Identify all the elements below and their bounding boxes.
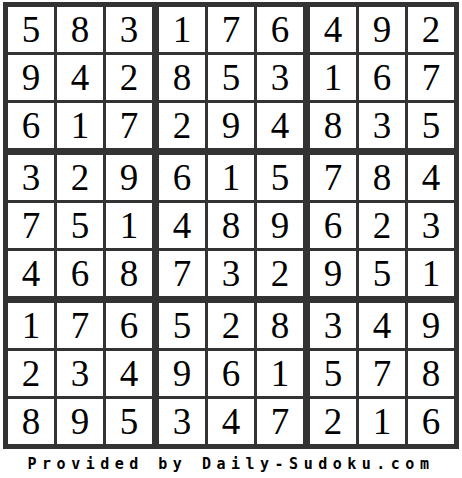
box-2-1: 329751468 <box>8 155 152 296</box>
cell-r8c1: 2 <box>8 351 54 396</box>
cell-r3c1: 6 <box>8 103 54 148</box>
cell-r6c1: 4 <box>8 251 54 296</box>
box-2-3: 784623951 <box>310 155 454 296</box>
cell-r7c3: 6 <box>106 303 152 348</box>
cell-r9c6: 7 <box>257 399 303 444</box>
cell-r8c8: 7 <box>359 351 405 396</box>
cell-r7c9: 9 <box>408 303 454 348</box>
cell-r8c2: 3 <box>57 351 103 396</box>
cell-r1c4: 1 <box>159 7 205 52</box>
cell-r5c7: 6 <box>310 203 356 248</box>
cell-r5c6: 9 <box>257 203 303 248</box>
cell-r1c5: 7 <box>208 7 254 52</box>
cell-r3c7: 8 <box>310 103 356 148</box>
cell-r6c7: 9 <box>310 251 356 296</box>
box-3-3: 349578216 <box>310 303 454 444</box>
cell-r3c3: 7 <box>106 103 152 148</box>
cell-r1c1: 5 <box>8 7 54 52</box>
cell-r5c1: 7 <box>8 203 54 248</box>
cell-r4c5: 1 <box>208 155 254 200</box>
cell-r2c9: 7 <box>408 55 454 100</box>
cell-r8c4: 9 <box>159 351 205 396</box>
box-1-2: 176853294 <box>159 7 303 148</box>
cell-r5c2: 5 <box>57 203 103 248</box>
cell-r2c2: 4 <box>57 55 103 100</box>
cell-r6c9: 1 <box>408 251 454 296</box>
cell-r8c6: 1 <box>257 351 303 396</box>
cell-r4c7: 7 <box>310 155 356 200</box>
box-2-2: 615489732 <box>159 155 303 296</box>
cell-r7c1: 1 <box>8 303 54 348</box>
cell-r4c4: 6 <box>159 155 205 200</box>
cell-r5c9: 3 <box>408 203 454 248</box>
cell-r1c2: 8 <box>57 7 103 52</box>
cell-r4c6: 5 <box>257 155 303 200</box>
cell-r7c8: 4 <box>359 303 405 348</box>
cell-r5c5: 8 <box>208 203 254 248</box>
cell-r9c5: 4 <box>208 399 254 444</box>
box-3-2: 528961347 <box>159 303 303 444</box>
cell-r9c1: 8 <box>8 399 54 444</box>
cell-r4c2: 2 <box>57 155 103 200</box>
cell-r2c3: 2 <box>106 55 152 100</box>
cell-r9c8: 1 <box>359 399 405 444</box>
cell-r4c1: 3 <box>8 155 54 200</box>
cell-r8c5: 6 <box>208 351 254 396</box>
cell-r6c3: 8 <box>106 251 152 296</box>
cell-r3c9: 5 <box>408 103 454 148</box>
cell-r7c5: 2 <box>208 303 254 348</box>
cell-r1c6: 6 <box>257 7 303 52</box>
cell-r8c9: 8 <box>408 351 454 396</box>
cell-r6c8: 5 <box>359 251 405 296</box>
box-1-3: 492167835 <box>310 7 454 148</box>
cell-r6c6: 2 <box>257 251 303 296</box>
cell-r6c4: 7 <box>159 251 205 296</box>
cell-r9c7: 2 <box>310 399 356 444</box>
cell-r1c9: 2 <box>408 7 454 52</box>
cell-r7c4: 5 <box>159 303 205 348</box>
cell-r5c8: 2 <box>359 203 405 248</box>
cell-r2c8: 6 <box>359 55 405 100</box>
sudoku-board: 5839426171768532944921678353297514686154… <box>3 2 459 449</box>
cell-r2c4: 8 <box>159 55 205 100</box>
cell-r6c5: 3 <box>208 251 254 296</box>
cell-r4c3: 9 <box>106 155 152 200</box>
provider-caption: Provided by Daily-Sudoku.com <box>0 449 462 478</box>
cell-r1c3: 3 <box>106 7 152 52</box>
cell-r5c3: 1 <box>106 203 152 248</box>
cell-r2c5: 5 <box>208 55 254 100</box>
cell-r4c8: 8 <box>359 155 405 200</box>
cell-r4c9: 4 <box>408 155 454 200</box>
cell-r3c8: 3 <box>359 103 405 148</box>
box-3-1: 176234895 <box>8 303 152 444</box>
cell-r3c2: 1 <box>57 103 103 148</box>
cell-r8c7: 5 <box>310 351 356 396</box>
cell-r1c7: 4 <box>310 7 356 52</box>
cell-r3c5: 9 <box>208 103 254 148</box>
cell-r2c1: 9 <box>8 55 54 100</box>
cell-r9c3: 5 <box>106 399 152 444</box>
cell-r3c4: 2 <box>159 103 205 148</box>
cell-r9c2: 9 <box>57 399 103 444</box>
cell-r5c4: 4 <box>159 203 205 248</box>
cell-r9c9: 6 <box>408 399 454 444</box>
cell-r2c7: 1 <box>310 55 356 100</box>
cell-r8c3: 4 <box>106 351 152 396</box>
cell-r7c6: 8 <box>257 303 303 348</box>
cell-r1c8: 9 <box>359 7 405 52</box>
cell-r2c6: 3 <box>257 55 303 100</box>
cell-r6c2: 6 <box>57 251 103 296</box>
box-1-1: 583942617 <box>8 7 152 148</box>
page: 5839426171768532944921678353297514686154… <box>0 0 462 478</box>
cell-r9c4: 3 <box>159 399 205 444</box>
cell-r7c7: 3 <box>310 303 356 348</box>
cell-r7c2: 7 <box>57 303 103 348</box>
cell-r3c6: 4 <box>257 103 303 148</box>
